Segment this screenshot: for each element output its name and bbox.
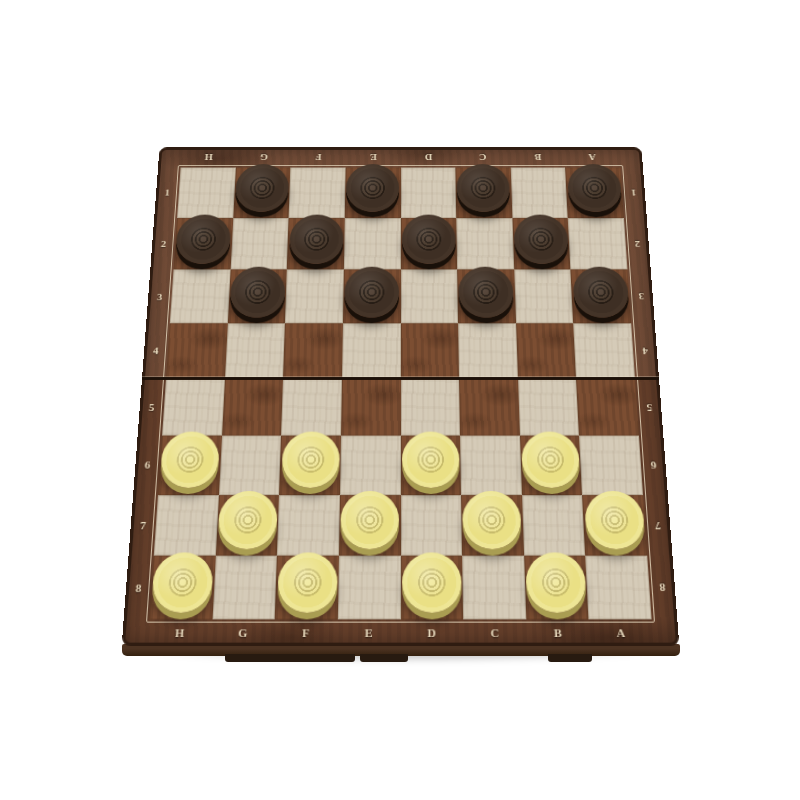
square-G4[interactable]: [225, 323, 286, 378]
square-E7[interactable]: [339, 495, 401, 556]
square-C4[interactable]: [458, 323, 518, 378]
square-H6[interactable]: [158, 436, 222, 495]
square-G7[interactable]: [215, 495, 279, 556]
square-F4[interactable]: [283, 323, 343, 378]
file-label-top-D: D: [401, 147, 456, 167]
light-checker-B6[interactable]: [521, 432, 581, 488]
square-F8[interactable]: [275, 556, 339, 619]
square-G2[interactable]: [230, 218, 289, 270]
rank-label-right-4: 4: [631, 323, 659, 378]
dark-checker-H2[interactable]: [175, 215, 232, 264]
square-H3[interactable]: [170, 270, 230, 324]
square-E6[interactable]: [340, 436, 401, 495]
rank-label-right-1: 1: [620, 168, 646, 218]
square-E8[interactable]: [338, 556, 401, 619]
square-E5[interactable]: [341, 379, 401, 436]
light-checker-E7[interactable]: [340, 491, 399, 549]
square-C2[interactable]: [456, 218, 514, 270]
square-G8[interactable]: [212, 556, 277, 619]
file-label-bottom-G: G: [211, 619, 275, 646]
square-B7[interactable]: [522, 495, 586, 556]
square-D3[interactable]: [401, 270, 459, 324]
square-E2[interactable]: [344, 218, 401, 270]
square-G1[interactable]: [233, 168, 291, 218]
light-checker-G7[interactable]: [217, 491, 278, 549]
rank-label-right-7: 7: [643, 495, 672, 556]
square-C6[interactable]: [460, 436, 522, 495]
file-label-bottom-F: F: [274, 619, 338, 646]
square-A3[interactable]: [571, 270, 631, 324]
square-G3[interactable]: [227, 270, 287, 324]
square-E4[interactable]: [342, 323, 401, 378]
square-A6[interactable]: [579, 436, 643, 495]
square-H8[interactable]: [149, 556, 215, 619]
checkers-board: HGFEDCBA HGFEDCBA 12345678 12345678: [122, 147, 680, 646]
light-checker-C7[interactable]: [462, 491, 522, 549]
file-label-top-B: B: [510, 147, 566, 167]
light-checker-F6[interactable]: [281, 432, 340, 488]
square-D6[interactable]: [401, 436, 462, 495]
square-A2[interactable]: [568, 218, 627, 270]
square-A8[interactable]: [586, 556, 652, 619]
square-D5[interactable]: [401, 379, 461, 436]
square-A7[interactable]: [582, 495, 647, 556]
board-foot: [360, 654, 408, 662]
square-C8[interactable]: [462, 556, 526, 619]
square-D1[interactable]: [401, 168, 457, 218]
light-checker-F8[interactable]: [277, 552, 338, 612]
dark-checker-A1[interactable]: [567, 164, 623, 212]
square-H4[interactable]: [166, 323, 227, 378]
dark-checker-B2[interactable]: [513, 215, 569, 264]
light-checker-H6[interactable]: [160, 432, 221, 488]
square-B4[interactable]: [516, 323, 577, 378]
square-C5[interactable]: [459, 379, 520, 436]
light-checker-D8[interactable]: [402, 552, 462, 612]
square-B1[interactable]: [510, 168, 568, 218]
square-H1[interactable]: [177, 168, 235, 218]
light-checker-B8[interactable]: [525, 552, 587, 612]
file-label-bottom-C: C: [463, 619, 527, 646]
file-label-bottom-H: H: [148, 619, 213, 646]
light-checker-H8[interactable]: [151, 552, 214, 612]
square-A1[interactable]: [565, 168, 623, 218]
dark-checker-C3[interactable]: [458, 266, 514, 317]
dark-checker-G1[interactable]: [234, 164, 289, 212]
square-F3[interactable]: [285, 270, 344, 324]
square-D7[interactable]: [401, 495, 463, 556]
file-label-bottom-A: A: [589, 619, 654, 646]
board-foot: [225, 654, 355, 662]
rank-label-right-8: 8: [647, 556, 677, 619]
square-F5[interactable]: [281, 379, 342, 436]
square-G6[interactable]: [219, 436, 282, 495]
square-F6[interactable]: [279, 436, 341, 495]
file-label-top-H: H: [181, 147, 237, 167]
file-label-bottom-B: B: [526, 619, 590, 646]
dark-checker-G3[interactable]: [229, 266, 286, 317]
file-label-bottom-D: D: [401, 619, 464, 646]
square-E1[interactable]: [345, 168, 401, 218]
square-B6[interactable]: [520, 436, 583, 495]
square-B3[interactable]: [514, 270, 574, 324]
square-G5[interactable]: [222, 379, 284, 436]
rank-label-right-5: 5: [635, 379, 663, 436]
square-C7[interactable]: [461, 495, 524, 556]
board-foot: [548, 654, 592, 662]
file-labels-top: HGFEDCBA: [181, 147, 621, 167]
dark-checker-A3[interactable]: [572, 266, 630, 317]
light-checker-D6[interactable]: [402, 432, 460, 488]
square-H2[interactable]: [174, 218, 233, 270]
square-D2[interactable]: [401, 218, 458, 270]
dark-checker-C1[interactable]: [457, 164, 511, 212]
square-A5[interactable]: [576, 379, 639, 436]
dark-checker-E3[interactable]: [344, 266, 399, 317]
light-checker-A7[interactable]: [584, 491, 646, 549]
square-B2[interactable]: [512, 218, 571, 270]
square-C3[interactable]: [457, 270, 516, 324]
square-D8[interactable]: [401, 556, 464, 619]
product-photo-background: HGFEDCBA HGFEDCBA 12345678 12345678: [0, 0, 800, 800]
board-grid: [149, 168, 651, 620]
file-labels-bottom: HGFEDCBA: [148, 619, 654, 646]
square-E3[interactable]: [343, 270, 401, 324]
square-F1[interactable]: [289, 168, 346, 218]
file-label-bottom-E: E: [337, 619, 400, 646]
dark-checker-F2[interactable]: [288, 215, 343, 264]
square-A4[interactable]: [574, 323, 635, 378]
square-H7[interactable]: [154, 495, 219, 556]
dark-checker-E1[interactable]: [346, 164, 399, 212]
rank-label-right-2: 2: [624, 218, 651, 270]
file-label-top-F: F: [291, 147, 346, 167]
dark-checker-D2[interactable]: [402, 215, 456, 264]
square-D4[interactable]: [401, 323, 460, 378]
square-F7[interactable]: [277, 495, 340, 556]
fold-seam: [142, 376, 659, 380]
square-B5[interactable]: [518, 379, 580, 436]
square-F2[interactable]: [287, 218, 345, 270]
square-H5[interactable]: [162, 379, 225, 436]
rank-label-right-3: 3: [627, 270, 654, 324]
square-B8[interactable]: [524, 556, 589, 619]
rank-label-right-6: 6: [639, 436, 668, 495]
square-C1[interactable]: [455, 168, 512, 218]
